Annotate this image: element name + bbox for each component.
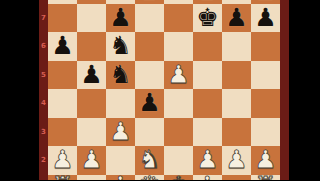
square-a7[interactable] [48, 4, 77, 33]
square-g5[interactable] [222, 61, 251, 90]
rank-label-3: 3 [39, 128, 48, 136]
square-f5[interactable] [193, 61, 222, 90]
square-h6[interactable] [251, 32, 280, 61]
square-g1[interactable] [222, 175, 251, 181]
square-g2[interactable]: ♟ [222, 146, 251, 175]
square-c5[interactable]: ♞ [106, 61, 135, 90]
square-h7[interactable]: ♟ [251, 4, 280, 33]
square-e3[interactable] [164, 118, 193, 147]
rank-label-5: 5 [39, 71, 48, 79]
piece-white-rook-h1: ♜ [251, 172, 280, 181]
square-d5[interactable] [135, 61, 164, 90]
square-e4[interactable] [164, 89, 193, 118]
square-a5[interactable] [48, 61, 77, 90]
square-g3[interactable] [222, 118, 251, 147]
square-c1[interactable]: ♝ [106, 175, 135, 181]
square-b2[interactable]: ♟ [77, 146, 106, 175]
piece-white-pawn-c3: ♟ [106, 118, 135, 147]
piece-white-pawn-e5: ♟ [164, 61, 193, 90]
square-d1[interactable]: ♛ [135, 175, 164, 181]
square-g7[interactable]: ♟ [222, 4, 251, 33]
square-e1[interactable]: ♚ [164, 175, 193, 181]
square-f3[interactable] [193, 118, 222, 147]
square-c4[interactable] [106, 89, 135, 118]
piece-white-bishop-c1: ♝ [106, 172, 135, 181]
square-f7[interactable]: ♚ [193, 4, 222, 33]
square-b3[interactable] [77, 118, 106, 147]
square-d3[interactable] [135, 118, 164, 147]
chess-app-screenshot: ♜♛♝♜♟♚♟♟♟♞♟♞♟♟♟♟♟♞♟♟♟♜♝♛♚♝♜ 765432 [0, 0, 320, 180]
piece-black-knight-c5: ♞ [106, 61, 135, 90]
rank-label-6: 6 [39, 42, 48, 50]
square-d7[interactable] [135, 4, 164, 33]
square-e7[interactable] [164, 4, 193, 33]
chess-board: ♜♛♝♜♟♚♟♟♟♞♟♞♟♟♟♟♟♞♟♟♟♜♝♛♚♝♜ [48, 0, 280, 180]
square-d4[interactable]: ♟ [135, 89, 164, 118]
square-a6[interactable]: ♟ [48, 32, 77, 61]
square-c6[interactable]: ♞ [106, 32, 135, 61]
square-h1[interactable]: ♜ [251, 175, 280, 181]
piece-white-queen-d1: ♛ [135, 172, 164, 181]
square-a1[interactable]: ♜ [48, 175, 77, 181]
square-h4[interactable] [251, 89, 280, 118]
piece-black-pawn-d4: ♟ [135, 89, 164, 118]
square-b5[interactable]: ♟ [77, 61, 106, 90]
square-b1[interactable] [77, 175, 106, 181]
square-a4[interactable] [48, 89, 77, 118]
square-b4[interactable] [77, 89, 106, 118]
square-f4[interactable] [193, 89, 222, 118]
square-d6[interactable] [135, 32, 164, 61]
piece-white-pawn-g2: ♟ [222, 146, 251, 175]
square-c3[interactable]: ♟ [106, 118, 135, 147]
piece-black-pawn-h7: ♟ [251, 4, 280, 33]
piece-white-rook-a1: ♜ [48, 172, 77, 181]
piece-white-pawn-b2: ♟ [77, 146, 106, 175]
piece-black-pawn-g7: ♟ [222, 4, 251, 33]
square-g6[interactable] [222, 32, 251, 61]
square-c7[interactable]: ♟ [106, 4, 135, 33]
square-e5[interactable]: ♟ [164, 61, 193, 90]
rank-label-2: 2 [39, 156, 48, 164]
rank-label-7: 7 [39, 14, 48, 22]
piece-black-pawn-b5: ♟ [77, 61, 106, 90]
square-h3[interactable] [251, 118, 280, 147]
square-f1[interactable]: ♝ [193, 175, 222, 181]
piece-black-pawn-a6: ♟ [48, 32, 77, 61]
piece-black-knight-c6: ♞ [106, 32, 135, 61]
square-a3[interactable] [48, 118, 77, 147]
piece-white-bishop-f1: ♝ [193, 172, 222, 181]
piece-black-king-f7: ♚ [193, 4, 222, 33]
square-f6[interactable] [193, 32, 222, 61]
square-b6[interactable] [77, 32, 106, 61]
square-g4[interactable] [222, 89, 251, 118]
rank-label-4: 4 [39, 99, 48, 107]
piece-white-king-e1: ♚ [164, 172, 193, 181]
square-e6[interactable] [164, 32, 193, 61]
square-h5[interactable] [251, 61, 280, 90]
piece-black-pawn-c7: ♟ [106, 4, 135, 33]
square-b7[interactable] [77, 4, 106, 33]
